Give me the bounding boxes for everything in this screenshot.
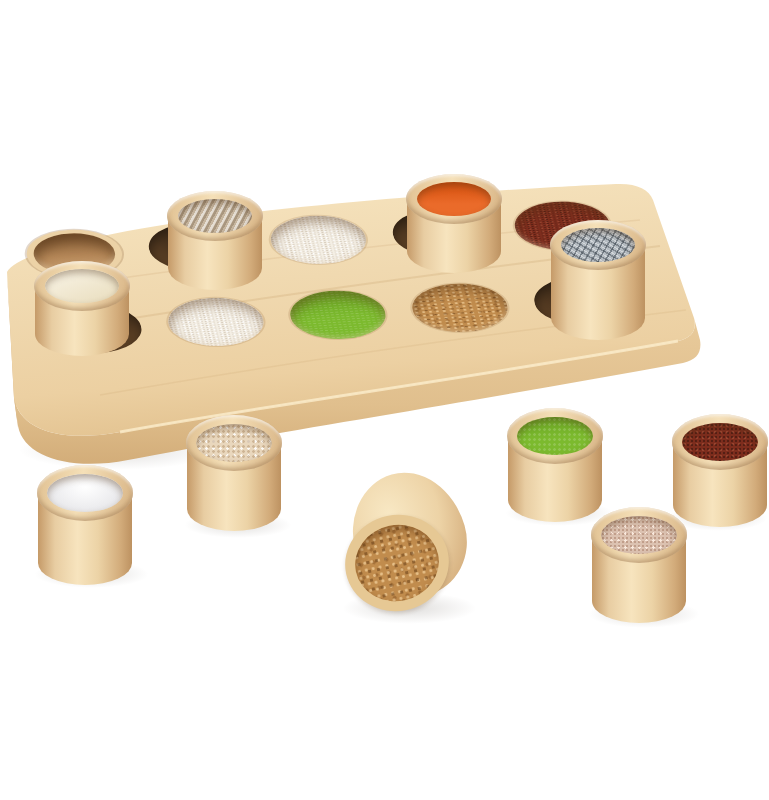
cylinder-wood-rim: [591, 507, 687, 563]
socket-front-4[interactable]: [392, 277, 528, 339]
cylinder-wood-rim: [34, 261, 130, 311]
cream-texture-face: [45, 269, 119, 303]
mesh-texture-face: [561, 228, 635, 262]
green-felt-texture-face: [517, 417, 593, 455]
beige-sand-texture-face: [196, 424, 272, 462]
cylinder-cork-tilted[interactable]: [337, 470, 469, 628]
cylinder-wood-rim: [186, 415, 282, 471]
recess-white-sand: [162, 295, 269, 348]
socket-front-3[interactable]: [270, 284, 406, 346]
recess-green-felt: [284, 288, 391, 341]
recess-cork: [406, 281, 513, 334]
cylinder-wood-rim: [37, 465, 133, 521]
corduroy-texture-face: [178, 199, 252, 233]
cylinder-wood-rim: [550, 220, 646, 270]
cylinder-wood-rim: [507, 408, 603, 464]
red-sandpaper-texture-face: [682, 423, 758, 461]
product-photo-scene: [0, 0, 769, 800]
orange-felt-texture-face: [417, 182, 491, 216]
pink-sand-texture-face: [601, 516, 677, 554]
white-texture-face: [47, 474, 123, 512]
wooden-tray-slab: [0, 0, 769, 800]
socket-back-3[interactable]: [245, 189, 392, 291]
recess-white-sand: [265, 213, 372, 266]
socket-front-2[interactable]: [148, 291, 284, 353]
cylinder-wood-rim: [406, 174, 502, 224]
cylinder-wood-rim: [167, 191, 263, 241]
cylinder-wood-rim: [672, 414, 768, 470]
